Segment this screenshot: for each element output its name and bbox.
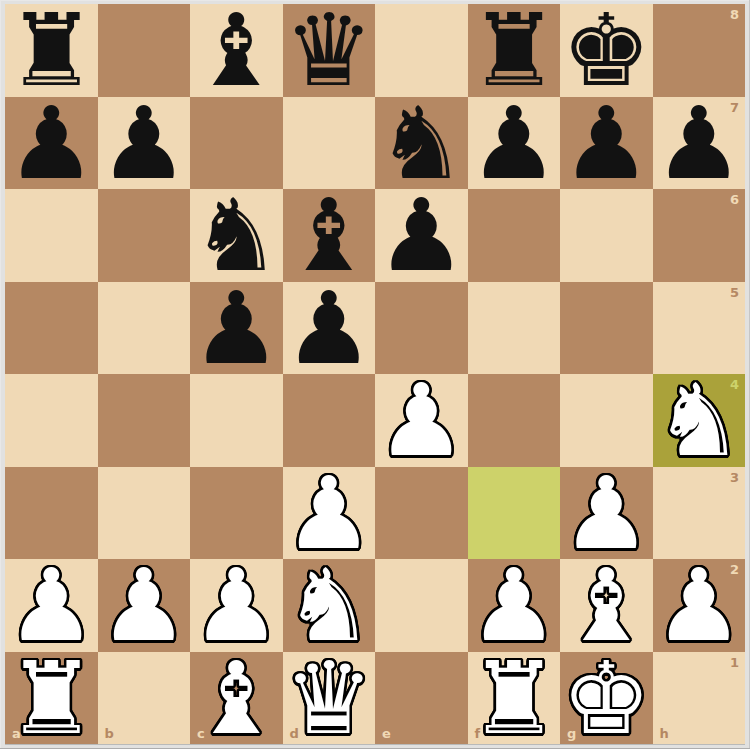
white-bishop-g2[interactable]: ♝ [561, 560, 651, 652]
square-e7[interactable]: ♞ [375, 97, 468, 190]
square-h8[interactable]: 8 [653, 4, 746, 97]
square-e6[interactable]: ♟ [375, 189, 468, 282]
white-bishop-c1[interactable]: ♝ [191, 653, 281, 745]
white-pawn-h2[interactable]: ♟ [654, 560, 744, 652]
square-c1[interactable]: ♝c [190, 652, 283, 745]
white-pawn-g3[interactable]: ♟ [561, 468, 651, 560]
square-a4[interactable] [5, 374, 98, 467]
square-c3[interactable] [190, 467, 283, 560]
black-pawn-a7[interactable]: ♟ [6, 98, 96, 190]
square-b6[interactable] [98, 189, 191, 282]
square-f8[interactable]: ♜ [468, 4, 561, 97]
square-d3[interactable]: ♟ [283, 467, 376, 560]
white-king-g1[interactable]: ♚ [561, 653, 651, 745]
rank-label-8: 8 [730, 8, 739, 21]
square-g3[interactable]: ♟ [560, 467, 653, 560]
file-label-b: b [105, 727, 114, 740]
chess-board-frame: ♜♝♛♜♚8♟♟♞♟♟♟7♞♝♟6♟♟5♟♞4♟♟3♟♟♟♞♟♝♟2♜ab♝c♛… [0, 0, 750, 749]
black-rook-f8[interactable]: ♜ [469, 5, 559, 97]
square-g7[interactable]: ♟ [560, 97, 653, 190]
square-c7[interactable] [190, 97, 283, 190]
square-b5[interactable] [98, 282, 191, 375]
chess-board: ♜♝♛♜♚8♟♟♞♟♟♟7♞♝♟6♟♟5♟♞4♟♟3♟♟♟♞♟♝♟2♜ab♝c♛… [5, 4, 745, 744]
square-h5[interactable]: 5 [653, 282, 746, 375]
square-d5[interactable]: ♟ [283, 282, 376, 375]
square-c8[interactable]: ♝ [190, 4, 283, 97]
square-a3[interactable] [5, 467, 98, 560]
square-a2[interactable]: ♟ [5, 559, 98, 652]
square-b1[interactable]: b [98, 652, 191, 745]
square-f6[interactable] [468, 189, 561, 282]
square-b7[interactable]: ♟ [98, 97, 191, 190]
file-label-h: h [660, 727, 669, 740]
square-h4[interactable]: ♞4 [653, 374, 746, 467]
square-a8[interactable]: ♜ [5, 4, 98, 97]
black-bishop-d6[interactable]: ♝ [284, 190, 374, 282]
black-pawn-e6[interactable]: ♟ [376, 190, 466, 282]
white-pawn-b2[interactable]: ♟ [99, 560, 189, 652]
black-rook-a8[interactable]: ♜ [6, 5, 96, 97]
white-pawn-a2[interactable]: ♟ [6, 560, 96, 652]
rank-label-3: 3 [730, 471, 739, 484]
square-d8[interactable]: ♛ [283, 4, 376, 97]
square-e3[interactable] [375, 467, 468, 560]
black-queen-d8[interactable]: ♛ [284, 5, 374, 97]
square-h6[interactable]: 6 [653, 189, 746, 282]
square-a5[interactable] [5, 282, 98, 375]
square-d2[interactable]: ♞ [283, 559, 376, 652]
square-g5[interactable] [560, 282, 653, 375]
square-e2[interactable] [375, 559, 468, 652]
black-pawn-f7[interactable]: ♟ [469, 98, 559, 190]
black-pawn-c5[interactable]: ♟ [191, 283, 281, 375]
rank-label-5: 5 [730, 286, 739, 299]
square-g8[interactable]: ♚ [560, 4, 653, 97]
square-b2[interactable]: ♟ [98, 559, 191, 652]
square-b3[interactable] [98, 467, 191, 560]
black-knight-c6[interactable]: ♞ [191, 190, 281, 282]
white-pawn-c2[interactable]: ♟ [191, 560, 281, 652]
black-pawn-d5[interactable]: ♟ [284, 283, 374, 375]
square-f4[interactable] [468, 374, 561, 467]
square-c2[interactable]: ♟ [190, 559, 283, 652]
square-g6[interactable] [560, 189, 653, 282]
square-f5[interactable] [468, 282, 561, 375]
square-c4[interactable] [190, 374, 283, 467]
square-g2[interactable]: ♝ [560, 559, 653, 652]
square-a7[interactable]: ♟ [5, 97, 98, 190]
square-e5[interactable] [375, 282, 468, 375]
square-h7[interactable]: ♟7 [653, 97, 746, 190]
square-e4[interactable]: ♟ [375, 374, 468, 467]
square-b4[interactable] [98, 374, 191, 467]
square-h1[interactable]: 1h [653, 652, 746, 745]
square-g4[interactable] [560, 374, 653, 467]
square-h3[interactable]: 3 [653, 467, 746, 560]
square-d6[interactable]: ♝ [283, 189, 376, 282]
square-a1[interactable]: ♜a [5, 652, 98, 745]
white-knight-d2[interactable]: ♞ [284, 560, 374, 652]
black-knight-e7[interactable]: ♞ [376, 98, 466, 190]
square-e8[interactable] [375, 4, 468, 97]
square-g1[interactable]: ♚g [560, 652, 653, 745]
square-d4[interactable] [283, 374, 376, 467]
black-bishop-c8[interactable]: ♝ [191, 5, 281, 97]
white-pawn-e4[interactable]: ♟ [376, 375, 466, 467]
square-f7[interactable]: ♟ [468, 97, 561, 190]
black-pawn-b7[interactable]: ♟ [99, 98, 189, 190]
square-f3[interactable] [468, 467, 561, 560]
square-d7[interactable] [283, 97, 376, 190]
square-c5[interactable]: ♟ [190, 282, 283, 375]
square-e1[interactable]: e [375, 652, 468, 745]
black-pawn-h7[interactable]: ♟ [654, 98, 744, 190]
square-b8[interactable] [98, 4, 191, 97]
rank-label-6: 6 [730, 193, 739, 206]
white-pawn-f2[interactable]: ♟ [469, 560, 559, 652]
white-knight-h4[interactable]: ♞ [654, 375, 744, 467]
square-d1[interactable]: ♛d [283, 652, 376, 745]
white-pawn-d3[interactable]: ♟ [284, 468, 374, 560]
square-f2[interactable]: ♟ [468, 559, 561, 652]
white-rook-f1[interactable]: ♜ [469, 653, 559, 745]
square-f1[interactable]: ♜f [468, 652, 561, 745]
square-c6[interactable]: ♞ [190, 189, 283, 282]
file-label-e: e [382, 727, 391, 740]
square-a6[interactable] [5, 189, 98, 282]
square-h2[interactable]: ♟2 [653, 559, 746, 652]
black-pawn-g7[interactable]: ♟ [561, 98, 651, 190]
white-queen-d1[interactable]: ♛ [284, 653, 374, 745]
black-king-g8[interactable]: ♚ [561, 5, 651, 97]
white-rook-a1[interactable]: ♜ [6, 653, 96, 745]
rank-label-1: 1 [730, 656, 739, 669]
